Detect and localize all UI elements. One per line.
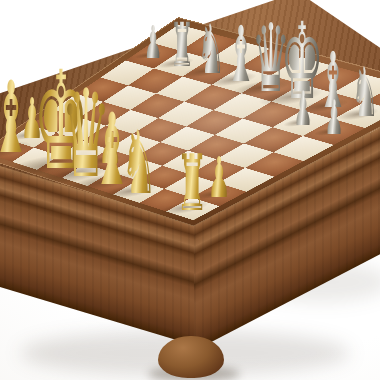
piece-brass-bishop-a1[interactable]: ♝ [0, 68, 31, 168]
piece-brass-knight-f1[interactable]: ♞ [120, 119, 156, 206]
piece-silver-rook-b7[interactable]: ♜ [169, 15, 194, 75]
piece-silver-pawn-g6[interactable]: ♟ [293, 85, 313, 133]
piece-silver-pawn-a7[interactable]: ♟ [143, 20, 162, 65]
piece-silver-knight-c7[interactable]: ♞ [197, 16, 225, 84]
piece-brass-rook-h1[interactable]: ♜ [176, 145, 208, 223]
chess-set-product-photo: ♟♜♞♝♛♚♝♞♟♟♝♟♚♛♟♝♞♜♟ [0, 0, 380, 380]
piece-silver-pawn-h6[interactable]: ♟ [324, 94, 344, 142]
piece-brass-pawn-h2[interactable]: ♟ [207, 149, 230, 205]
piece-silver-knight-h7[interactable]: ♞ [351, 59, 379, 127]
pieces-layer: ♟♜♞♝♛♚♝♞♟♟♝♟♚♛♟♝♞♜♟ [0, 0, 380, 380]
